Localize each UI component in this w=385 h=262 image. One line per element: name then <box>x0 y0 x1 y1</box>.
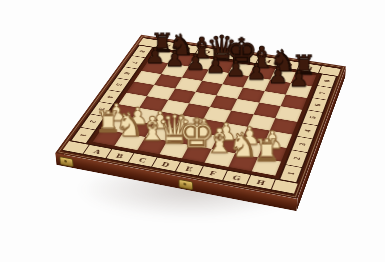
piece-white-rook-h1[interactable]: ♜ <box>253 136 280 166</box>
file-label-f: F <box>198 166 226 180</box>
rank-label-6: 6 <box>308 97 327 112</box>
file-label-a: A <box>83 145 111 158</box>
rank-label-1: 1 <box>280 164 302 182</box>
rank-label-4: 4 <box>298 123 318 139</box>
band-corner <box>271 179 298 193</box>
file-label-e: E <box>174 162 202 176</box>
file-label-h: H <box>246 175 275 189</box>
file-label-c: C <box>128 153 156 166</box>
file-label-g: G <box>222 170 251 184</box>
file-label-b: B <box>105 149 133 162</box>
rank-label-5: 5 <box>303 110 323 125</box>
rank-label-left-1: 1 <box>72 127 96 143</box>
file-label-d: D <box>151 157 179 171</box>
scene: ABCDEFGH ABCDEFGH 87654321 87654321 ♜♞♝♛… <box>0 0 385 262</box>
brass-latch-icon <box>179 179 194 190</box>
band-corner <box>63 141 89 154</box>
rank-label-3: 3 <box>292 136 313 153</box>
brass-latch-icon <box>59 156 73 167</box>
rank-label-2: 2 <box>286 150 307 167</box>
